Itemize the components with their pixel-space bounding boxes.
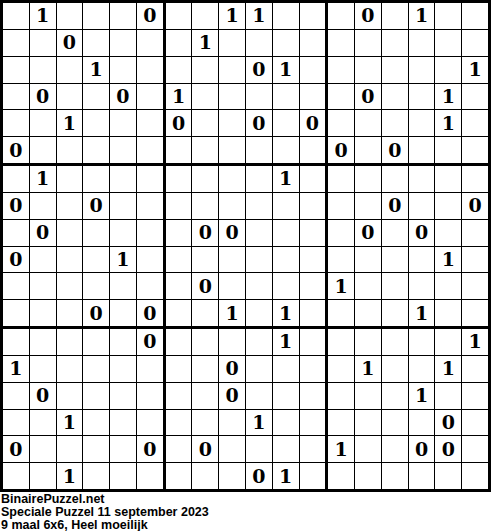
cell-r6c14[interactable] [355, 137, 381, 163]
cell-r11c11[interactable] [273, 273, 299, 299]
cell-r3c11: 1 [273, 57, 299, 83]
cell-r12c7[interactable] [166, 300, 192, 326]
cell-r10c9[interactable] [219, 247, 245, 273]
cell-r12c15[interactable] [382, 300, 408, 326]
cell-r9c17[interactable] [435, 220, 461, 246]
cell-r16c2[interactable] [30, 410, 56, 436]
cell-r17c12[interactable] [300, 436, 326, 462]
cell-r13c11: 1 [273, 329, 299, 355]
cell-r8c14[interactable] [355, 193, 381, 219]
cell-r5c8[interactable] [192, 110, 218, 136]
cell-r13c2[interactable] [30, 329, 56, 355]
cell-r18c18[interactable] [462, 463, 488, 489]
cell-r7c10[interactable] [246, 166, 272, 192]
cell-r6c8[interactable] [192, 137, 218, 163]
cell-r9c9: 0 [219, 220, 245, 246]
cell-r14c16[interactable] [409, 356, 435, 382]
cell-r11c15[interactable] [382, 273, 408, 299]
cell-r5c17: 1 [435, 110, 461, 136]
cell-r6c16[interactable] [409, 137, 435, 163]
puzzle-block-9: 11110100 [328, 329, 488, 489]
cell-r2c18[interactable] [462, 30, 488, 56]
cell-r6c9[interactable] [219, 137, 245, 163]
cell-r14c2[interactable] [30, 356, 56, 382]
cell-r17c4[interactable] [83, 436, 109, 462]
cell-r4c13[interactable] [328, 84, 354, 110]
cell-r7c5[interactable] [110, 166, 136, 192]
cell-r9c14: 0 [355, 220, 381, 246]
cell-r10c14[interactable] [355, 247, 381, 273]
cell-r16c6[interactable] [137, 410, 163, 436]
cell-r1c4[interactable] [83, 3, 109, 29]
cell-r16c18[interactable] [462, 410, 488, 436]
cell-r15c10[interactable] [246, 383, 272, 409]
cell-r11c16[interactable] [409, 273, 435, 299]
cell-r18c5[interactable] [110, 463, 136, 489]
cell-r14c5[interactable] [110, 356, 136, 382]
cell-r13c9[interactable] [219, 329, 245, 355]
cell-r2c11[interactable] [273, 30, 299, 56]
cell-r16c8[interactable] [192, 410, 218, 436]
cell-r6c12[interactable] [300, 137, 326, 163]
cell-r2c7[interactable] [166, 30, 192, 56]
cell-r13c15[interactable] [382, 329, 408, 355]
cell-r9c11[interactable] [273, 220, 299, 246]
cell-r18c11: 1 [273, 463, 299, 489]
cell-r3c1[interactable] [3, 57, 29, 83]
cell-r12c4: 0 [83, 300, 109, 326]
cell-r17c7[interactable] [166, 436, 192, 462]
cell-r16c4[interactable] [83, 410, 109, 436]
cell-r15c6[interactable] [137, 383, 163, 409]
cell-r8c18: 0 [462, 193, 488, 219]
cell-r3c6[interactable] [137, 57, 163, 83]
puzzle-block-1: 10010010 [3, 3, 163, 163]
cell-r1c15[interactable] [382, 3, 408, 29]
cell-r3c4: 1 [83, 57, 109, 83]
cell-r9c6[interactable] [137, 220, 163, 246]
cell-r1c12[interactable] [300, 3, 326, 29]
cell-r7c17[interactable] [435, 166, 461, 192]
cell-r8c7[interactable] [166, 193, 192, 219]
cell-r17c10[interactable] [246, 436, 272, 462]
cell-r15c12[interactable] [300, 383, 326, 409]
cell-r10c13[interactable] [328, 247, 354, 273]
cell-r4c15[interactable] [382, 84, 408, 110]
cell-r16c15[interactable] [382, 410, 408, 436]
cell-r18c8[interactable] [192, 463, 218, 489]
cell-r11c6[interactable] [137, 273, 163, 299]
cell-r10c6[interactable] [137, 247, 163, 273]
cell-r15c17[interactable] [435, 383, 461, 409]
cell-r18c6[interactable] [137, 463, 163, 489]
cell-r10c15[interactable] [382, 247, 408, 273]
cell-r14c1: 1 [3, 356, 29, 382]
cell-r14c6[interactable] [137, 356, 163, 382]
cell-r1c6: 0 [137, 3, 163, 29]
cell-r3c5[interactable] [110, 57, 136, 83]
cell-r16c10: 1 [246, 410, 272, 436]
cell-r18c7[interactable] [166, 463, 192, 489]
cell-r2c17[interactable] [435, 30, 461, 56]
cell-r11c5[interactable] [110, 273, 136, 299]
cell-r2c1[interactable] [3, 30, 29, 56]
cell-r12c14[interactable] [355, 300, 381, 326]
cell-r2c13[interactable] [328, 30, 354, 56]
cell-r17c16: 0 [409, 436, 435, 462]
cell-r7c8[interactable] [192, 166, 218, 192]
cell-r12c1[interactable] [3, 300, 29, 326]
cell-r8c16[interactable] [409, 193, 435, 219]
cell-r7c1[interactable] [3, 166, 29, 192]
cell-r6c5[interactable] [110, 137, 136, 163]
cell-r14c3[interactable] [57, 356, 83, 382]
cell-r3c7[interactable] [166, 57, 192, 83]
cell-r4c11[interactable] [273, 84, 299, 110]
cell-r17c11[interactable] [273, 436, 299, 462]
cell-r4c9[interactable] [219, 84, 245, 110]
cell-r13c17[interactable] [435, 329, 461, 355]
cell-r2c9[interactable] [219, 30, 245, 56]
cell-r15c2: 0 [30, 383, 56, 409]
cell-r1c10: 1 [246, 3, 272, 29]
cell-r14c13[interactable] [328, 356, 354, 382]
cell-r15c4[interactable] [83, 383, 109, 409]
cell-r11c7[interactable] [166, 273, 192, 299]
cell-r16c7[interactable] [166, 410, 192, 436]
cell-r10c3[interactable] [57, 247, 83, 273]
cell-r13c14[interactable] [355, 329, 381, 355]
cell-r2c12[interactable] [300, 30, 326, 56]
cell-r10c1: 0 [3, 247, 29, 273]
cell-r15c18[interactable] [462, 383, 488, 409]
cell-r4c2: 0 [30, 84, 56, 110]
cell-r18c15[interactable] [382, 463, 408, 489]
cell-r7c6[interactable] [137, 166, 163, 192]
cell-r3c3[interactable] [57, 57, 83, 83]
cell-r14c9: 0 [219, 356, 245, 382]
cell-r5c14[interactable] [355, 110, 381, 136]
cell-r12c18[interactable] [462, 300, 488, 326]
cell-r16c9[interactable] [219, 410, 245, 436]
cell-r2c4[interactable] [83, 30, 109, 56]
cell-r4c6[interactable] [137, 84, 163, 110]
cell-r1c11[interactable] [273, 3, 299, 29]
cell-r17c18[interactable] [462, 436, 488, 462]
cell-r10c12[interactable] [300, 247, 326, 273]
cell-r9c7[interactable] [166, 220, 192, 246]
cell-r18c9[interactable] [219, 463, 245, 489]
cell-r15c15[interactable] [382, 383, 408, 409]
cell-r1c7[interactable] [166, 3, 192, 29]
cell-r8c15: 0 [382, 193, 408, 219]
cell-r3c13[interactable] [328, 57, 354, 83]
cell-r5c2[interactable] [30, 110, 56, 136]
cell-r13c16[interactable] [409, 329, 435, 355]
cell-r13c3[interactable] [57, 329, 83, 355]
cell-r9c1[interactable] [3, 220, 29, 246]
cell-r9c15[interactable] [382, 220, 408, 246]
cell-r10c10[interactable] [246, 247, 272, 273]
puzzle-block-6: 0000111 [328, 166, 488, 326]
cell-r6c15: 0 [382, 137, 408, 163]
puzzle-block-2: 111011000 [166, 3, 326, 163]
cell-r18c2[interactable] [30, 463, 56, 489]
cell-r15c13[interactable] [328, 383, 354, 409]
cell-r8c4: 0 [83, 193, 109, 219]
cell-r16c5[interactable] [110, 410, 136, 436]
cell-r10c8[interactable] [192, 247, 218, 273]
cell-r17c14[interactable] [355, 436, 381, 462]
cell-r13c12[interactable] [300, 329, 326, 355]
cell-r4c18[interactable] [462, 84, 488, 110]
cell-r1c5[interactable] [110, 3, 136, 29]
cell-r1c1[interactable] [3, 3, 29, 29]
cell-r15c11[interactable] [273, 383, 299, 409]
cell-r18c13[interactable] [328, 463, 354, 489]
cell-r9c3[interactable] [57, 220, 83, 246]
cell-r7c9[interactable] [219, 166, 245, 192]
cell-r10c11[interactable] [273, 247, 299, 273]
cell-r8c5[interactable] [110, 193, 136, 219]
cell-r18c12[interactable] [300, 463, 326, 489]
cell-r2c5[interactable] [110, 30, 136, 56]
cell-r4c12[interactable] [300, 84, 326, 110]
cell-r9c5[interactable] [110, 220, 136, 246]
cell-r5c7: 0 [166, 110, 192, 136]
cell-r2c14[interactable] [355, 30, 381, 56]
cell-r15c3[interactable] [57, 383, 83, 409]
cell-r6c10[interactable] [246, 137, 272, 163]
cell-r13c4[interactable] [83, 329, 109, 355]
cell-r18c1[interactable] [3, 463, 29, 489]
cell-r11c3[interactable] [57, 273, 83, 299]
cell-r6c17[interactable] [435, 137, 461, 163]
cell-r9c4[interactable] [83, 220, 109, 246]
cell-r10c4[interactable] [83, 247, 109, 273]
cell-r5c9[interactable] [219, 110, 245, 136]
cell-r11c9[interactable] [219, 273, 245, 299]
cell-r11c17[interactable] [435, 273, 461, 299]
cell-r14c12[interactable] [300, 356, 326, 382]
cell-r18c17[interactable] [435, 463, 461, 489]
cell-r12c11: 1 [273, 300, 299, 326]
cell-r2c2[interactable] [30, 30, 56, 56]
cell-r9c12[interactable] [300, 220, 326, 246]
cell-r12c3[interactable] [57, 300, 83, 326]
cell-r13c1[interactable] [3, 329, 29, 355]
cell-r6c1: 0 [3, 137, 29, 163]
cell-r7c15[interactable] [382, 166, 408, 192]
cell-r16c16[interactable] [409, 410, 435, 436]
cell-r2c15[interactable] [382, 30, 408, 56]
cell-r5c6[interactable] [137, 110, 163, 136]
cell-r4c16[interactable] [409, 84, 435, 110]
cell-r6c6[interactable] [137, 137, 163, 163]
cell-r6c11[interactable] [273, 137, 299, 163]
cell-r17c5[interactable] [110, 436, 136, 462]
cell-r14c4[interactable] [83, 356, 109, 382]
cell-r8c3[interactable] [57, 193, 83, 219]
cell-r17c3[interactable] [57, 436, 83, 462]
cell-r13c6: 0 [137, 329, 163, 355]
cell-r16c1[interactable] [3, 410, 29, 436]
cell-r11c10[interactable] [246, 273, 272, 299]
cell-r14c18[interactable] [462, 356, 488, 382]
cell-r11c2[interactable] [30, 273, 56, 299]
cell-r13c5[interactable] [110, 329, 136, 355]
cell-r8c2[interactable] [30, 193, 56, 219]
cell-r15c1[interactable] [3, 383, 29, 409]
cell-r5c18[interactable] [462, 110, 488, 136]
cell-r17c8: 0 [192, 436, 218, 462]
cell-r4c1[interactable] [3, 84, 29, 110]
cell-r3c2[interactable] [30, 57, 56, 83]
cell-r17c2[interactable] [30, 436, 56, 462]
cell-r7c7[interactable] [166, 166, 192, 192]
cell-r11c14[interactable] [355, 273, 381, 299]
cell-r16c11[interactable] [273, 410, 299, 436]
cell-r8c6[interactable] [137, 193, 163, 219]
cell-r2c16[interactable] [409, 30, 435, 56]
cell-r5c16[interactable] [409, 110, 435, 136]
cell-r6c7[interactable] [166, 137, 192, 163]
puzzle-block-7: 0101001 [3, 329, 163, 489]
cell-r8c17[interactable] [435, 193, 461, 219]
cell-r4c10[interactable] [246, 84, 272, 110]
cell-r3c8[interactable] [192, 57, 218, 83]
cell-r7c4[interactable] [83, 166, 109, 192]
cell-r14c7[interactable] [166, 356, 192, 382]
cell-r7c18[interactable] [462, 166, 488, 192]
cell-r5c11[interactable] [273, 110, 299, 136]
cell-r8c12[interactable] [300, 193, 326, 219]
cell-r6c4[interactable] [83, 137, 109, 163]
cell-r8c13[interactable] [328, 193, 354, 219]
cell-r15c5[interactable] [110, 383, 136, 409]
cell-r12c17[interactable] [435, 300, 461, 326]
cell-r4c8[interactable] [192, 84, 218, 110]
cell-r12c13[interactable] [328, 300, 354, 326]
cell-r3c16[interactable] [409, 57, 435, 83]
cell-r11c12[interactable] [300, 273, 326, 299]
cell-r3c15[interactable] [382, 57, 408, 83]
cell-r17c1: 0 [3, 436, 29, 462]
cell-r8c9[interactable] [219, 193, 245, 219]
cell-r14c15[interactable] [382, 356, 408, 382]
cell-r1c13[interactable] [328, 3, 354, 29]
cell-r3c14[interactable] [355, 57, 381, 83]
cell-r2c10[interactable] [246, 30, 272, 56]
cell-r18c16[interactable] [409, 463, 435, 489]
cell-r1c18[interactable] [462, 3, 488, 29]
cell-r9c13[interactable] [328, 220, 354, 246]
cell-r7c12[interactable] [300, 166, 326, 192]
cell-r14c11[interactable] [273, 356, 299, 382]
cell-r12c5[interactable] [110, 300, 136, 326]
cell-r6c2[interactable] [30, 137, 56, 163]
cell-r5c1[interactable] [3, 110, 29, 136]
cell-r6c18[interactable] [462, 137, 488, 163]
cell-r1c8[interactable] [192, 3, 218, 29]
cell-r14c10[interactable] [246, 356, 272, 382]
cell-r11c1[interactable] [3, 273, 29, 299]
cell-r18c14[interactable] [355, 463, 381, 489]
cell-r8c10[interactable] [246, 193, 272, 219]
cell-r15c9: 0 [219, 383, 245, 409]
cell-r4c3[interactable] [57, 84, 83, 110]
cell-r10c7[interactable] [166, 247, 192, 273]
cell-r5c12: 0 [300, 110, 326, 136]
cell-r16c13[interactable] [328, 410, 354, 436]
cell-r12c9: 1 [219, 300, 245, 326]
cell-r12c2[interactable] [30, 300, 56, 326]
cell-r11c8: 0 [192, 273, 218, 299]
cell-r7c16[interactable] [409, 166, 435, 192]
cell-r10c16[interactable] [409, 247, 435, 273]
cell-r12c6: 0 [137, 300, 163, 326]
cell-r16c14[interactable] [355, 410, 381, 436]
cell-r5c13[interactable] [328, 110, 354, 136]
cell-r16c17: 0 [435, 410, 461, 436]
cell-r3c17[interactable] [435, 57, 461, 83]
cell-r2c6[interactable] [137, 30, 163, 56]
cell-r18c4[interactable] [83, 463, 109, 489]
cell-r13c7[interactable] [166, 329, 192, 355]
cell-r6c13: 0 [328, 137, 354, 163]
cell-r8c11[interactable] [273, 193, 299, 219]
cell-r12c8[interactable] [192, 300, 218, 326]
cell-r11c18[interactable] [462, 273, 488, 299]
cell-r10c2[interactable] [30, 247, 56, 273]
cell-r12c12[interactable] [300, 300, 326, 326]
puzzle-block-4: 10000100 [3, 166, 163, 326]
cell-r7c3[interactable] [57, 166, 83, 192]
cell-r12c10[interactable] [246, 300, 272, 326]
cell-r5c5[interactable] [110, 110, 136, 136]
cell-r4c5: 0 [110, 84, 136, 110]
cell-r11c13: 1 [328, 273, 354, 299]
cell-r1c17[interactable] [435, 3, 461, 29]
cell-r6c3[interactable] [57, 137, 83, 163]
cell-r11c4[interactable] [83, 273, 109, 299]
cell-r13c10[interactable] [246, 329, 272, 355]
cell-r15c8[interactable] [192, 383, 218, 409]
cell-r13c8[interactable] [192, 329, 218, 355]
cell-r8c8[interactable] [192, 193, 218, 219]
cell-r14c8[interactable] [192, 356, 218, 382]
cell-r5c4[interactable] [83, 110, 109, 136]
cell-r1c3[interactable] [57, 3, 83, 29]
cell-r9c18[interactable] [462, 220, 488, 246]
cell-r5c15[interactable] [382, 110, 408, 136]
cell-r16c12[interactable] [300, 410, 326, 436]
cell-r3c12[interactable] [300, 57, 326, 83]
cell-r3c9[interactable] [219, 57, 245, 83]
cell-r4c4[interactable] [83, 84, 109, 110]
cell-r15c14[interactable] [355, 383, 381, 409]
cell-r15c7[interactable] [166, 383, 192, 409]
cell-r10c18[interactable] [462, 247, 488, 273]
cell-r17c15[interactable] [382, 436, 408, 462]
cell-r13c13[interactable] [328, 329, 354, 355]
cell-r10c5: 1 [110, 247, 136, 273]
cell-r9c10[interactable] [246, 220, 272, 246]
cell-r17c9[interactable] [219, 436, 245, 462]
cell-r7c13[interactable] [328, 166, 354, 192]
cell-r1c2: 1 [30, 3, 56, 29]
cell-r7c14[interactable] [355, 166, 381, 192]
